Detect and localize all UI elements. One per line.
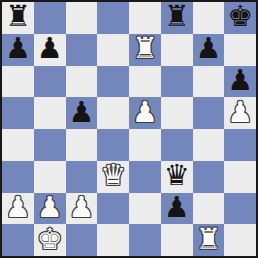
square-h3[interactable] [224, 161, 256, 193]
square-c3[interactable] [66, 161, 98, 193]
square-e1[interactable] [129, 224, 161, 256]
square-e8[interactable] [129, 2, 161, 34]
square-h7[interactable] [224, 34, 256, 66]
square-g4[interactable] [193, 129, 225, 161]
square-e6[interactable] [129, 66, 161, 98]
square-b2[interactable]: ♟ [34, 193, 66, 225]
square-h5[interactable]: ♟ [224, 97, 256, 129]
piece-white-pawn[interactable]: ♟ [37, 193, 63, 222]
piece-white-pawn[interactable]: ♟ [132, 98, 158, 127]
square-h8[interactable]: ♚ [224, 2, 256, 34]
square-h1[interactable] [224, 224, 256, 256]
piece-white-queen[interactable]: ♛ [100, 161, 126, 190]
square-c4[interactable] [66, 129, 98, 161]
square-c2[interactable]: ♟ [66, 193, 98, 225]
piece-black-queen[interactable]: ♛ [164, 161, 190, 190]
piece-white-rook[interactable]: ♜ [195, 225, 221, 254]
square-a3[interactable] [2, 161, 34, 193]
piece-black-pawn[interactable]: ♟ [164, 193, 190, 222]
piece-black-rook[interactable]: ♜ [164, 2, 190, 31]
piece-black-pawn[interactable]: ♟ [227, 66, 253, 95]
piece-black-pawn[interactable]: ♟ [37, 34, 63, 63]
square-e4[interactable] [129, 129, 161, 161]
piece-white-pawn[interactable]: ♟ [68, 193, 94, 222]
square-c5[interactable]: ♟ [66, 97, 98, 129]
square-d2[interactable] [97, 193, 129, 225]
square-c7[interactable] [66, 34, 98, 66]
square-b4[interactable] [34, 129, 66, 161]
square-g5[interactable] [193, 97, 225, 129]
piece-black-pawn[interactable]: ♟ [68, 98, 94, 127]
square-a7[interactable]: ♟ [2, 34, 34, 66]
square-f1[interactable] [161, 224, 193, 256]
square-d5[interactable] [97, 97, 129, 129]
square-f4[interactable] [161, 129, 193, 161]
square-h6[interactable]: ♟ [224, 66, 256, 98]
square-g3[interactable] [193, 161, 225, 193]
square-f8[interactable]: ♜ [161, 2, 193, 34]
piece-black-king[interactable]: ♚ [227, 2, 253, 31]
square-a8[interactable]: ♜ [2, 2, 34, 34]
chess-board-container: ♜♜♚♟♟♜♟♟♟♟♟♛♛♟♟♟♟♚♜ [0, 0, 258, 258]
square-f5[interactable] [161, 97, 193, 129]
square-c6[interactable] [66, 66, 98, 98]
square-a1[interactable] [2, 224, 34, 256]
square-b3[interactable] [34, 161, 66, 193]
square-d7[interactable] [97, 34, 129, 66]
square-d3[interactable]: ♛ [97, 161, 129, 193]
chess-board: ♜♜♚♟♟♜♟♟♟♟♟♛♛♟♟♟♟♚♜ [0, 0, 258, 258]
square-e5[interactable]: ♟ [129, 97, 161, 129]
square-b1[interactable]: ♚ [34, 224, 66, 256]
square-g8[interactable] [193, 2, 225, 34]
square-f7[interactable] [161, 34, 193, 66]
square-b7[interactable]: ♟ [34, 34, 66, 66]
piece-white-king[interactable]: ♚ [37, 225, 63, 254]
piece-black-rook[interactable]: ♜ [5, 2, 31, 31]
square-g1[interactable]: ♜ [193, 224, 225, 256]
square-b6[interactable] [34, 66, 66, 98]
square-g2[interactable] [193, 193, 225, 225]
square-a6[interactable] [2, 66, 34, 98]
piece-black-pawn[interactable]: ♟ [5, 34, 31, 63]
piece-white-pawn[interactable]: ♟ [5, 193, 31, 222]
square-a4[interactable] [2, 129, 34, 161]
square-d4[interactable] [97, 129, 129, 161]
square-b8[interactable] [34, 2, 66, 34]
piece-black-pawn[interactable]: ♟ [195, 34, 221, 63]
square-h2[interactable] [224, 193, 256, 225]
square-g6[interactable] [193, 66, 225, 98]
square-c1[interactable] [66, 224, 98, 256]
piece-white-pawn[interactable]: ♟ [227, 98, 253, 127]
square-d8[interactable] [97, 2, 129, 34]
square-h4[interactable] [224, 129, 256, 161]
piece-white-rook[interactable]: ♜ [132, 34, 158, 63]
square-e2[interactable] [129, 193, 161, 225]
square-f2[interactable]: ♟ [161, 193, 193, 225]
square-e3[interactable] [129, 161, 161, 193]
square-d1[interactable] [97, 224, 129, 256]
square-f6[interactable] [161, 66, 193, 98]
square-f3[interactable]: ♛ [161, 161, 193, 193]
square-a2[interactable]: ♟ [2, 193, 34, 225]
square-e7[interactable]: ♜ [129, 34, 161, 66]
square-c8[interactable] [66, 2, 98, 34]
square-a5[interactable] [2, 97, 34, 129]
square-b5[interactable] [34, 97, 66, 129]
square-d6[interactable] [97, 66, 129, 98]
square-g7[interactable]: ♟ [193, 34, 225, 66]
